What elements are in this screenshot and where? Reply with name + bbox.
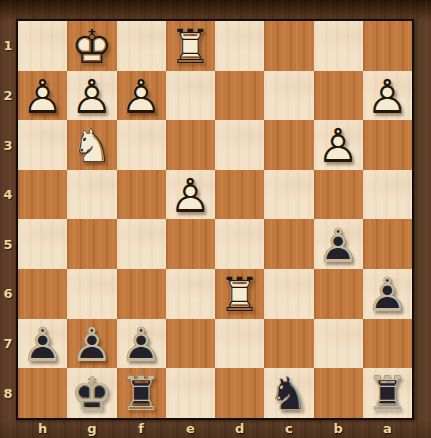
square-d6[interactable]: ♜♖ <box>215 269 264 319</box>
piece-glyph-detail: ♙ <box>166 171 215 221</box>
square-g1[interactable]: ♚♔ <box>67 21 116 71</box>
square-c5[interactable] <box>264 219 313 269</box>
square-h6[interactable] <box>18 269 67 319</box>
piece-glyph-detail: ♙ <box>314 220 363 270</box>
piece-glyph-detail: ♖ <box>117 369 166 419</box>
piece-glyph-detail: ♙ <box>67 320 116 370</box>
white-pawn[interactable]: ♟♙ <box>166 170 215 220</box>
piece-glyph-detail: ♙ <box>67 72 116 122</box>
square-h8[interactable] <box>18 368 67 418</box>
black-pawn[interactable]: ♟♙ <box>18 319 67 369</box>
square-g8[interactable]: ♚♔ <box>67 368 116 418</box>
square-h7[interactable]: ♟♙ <box>18 319 67 369</box>
chess-board: ♚♔♜♖♟♙♟♙♟♙♟♙♞♘♟♙♟♙♟♙♜♖♟♙♟♙♟♙♟♙♚♔♜♖♞♘♜♖ <box>18 21 412 418</box>
rank-label-8: 8 <box>0 368 16 418</box>
square-b5[interactable]: ♟♙ <box>314 219 363 269</box>
square-g3[interactable]: ♞♘ <box>67 120 116 170</box>
white-king[interactable]: ♚♔ <box>67 21 116 71</box>
square-b4[interactable] <box>314 170 363 220</box>
white-pawn[interactable]: ♟♙ <box>67 71 116 121</box>
square-h1[interactable] <box>18 21 67 71</box>
black-king[interactable]: ♚♔ <box>67 368 116 418</box>
square-e1[interactable]: ♜♖ <box>166 21 215 71</box>
square-e6[interactable] <box>166 269 215 319</box>
piece-glyph-detail: ♖ <box>363 369 412 419</box>
square-e4[interactable]: ♟♙ <box>166 170 215 220</box>
piece-glyph-detail: ♙ <box>363 270 412 320</box>
piece-glyph-detail: ♔ <box>67 369 116 419</box>
black-knight[interactable]: ♞♘ <box>264 368 313 418</box>
square-g2[interactable]: ♟♙ <box>67 71 116 121</box>
square-f6[interactable] <box>117 269 166 319</box>
square-c3[interactable] <box>264 120 313 170</box>
square-e8[interactable] <box>166 368 215 418</box>
piece-glyph-detail: ♙ <box>117 72 166 122</box>
square-a3[interactable] <box>363 120 412 170</box>
square-h4[interactable] <box>18 170 67 220</box>
chess-app-window: 12345678 ♚♔♜♖♟♙♟♙♟♙♟♙♞♘♟♙♟♙♟♙♜♖♟♙♟♙♟♙♟♙♚… <box>0 0 431 438</box>
square-f8[interactable]: ♜♖ <box>117 368 166 418</box>
square-d1[interactable] <box>215 21 264 71</box>
square-h5[interactable] <box>18 219 67 269</box>
square-f7[interactable]: ♟♙ <box>117 319 166 369</box>
rank-label-1: 1 <box>0 21 16 71</box>
square-h3[interactable] <box>18 120 67 170</box>
square-g4[interactable] <box>67 170 116 220</box>
square-a7[interactable] <box>363 319 412 369</box>
white-pawn[interactable]: ♟♙ <box>18 71 67 121</box>
black-pawn[interactable]: ♟♙ <box>117 319 166 369</box>
file-label-e: e <box>166 420 215 437</box>
piece-glyph-detail: ♙ <box>314 121 363 171</box>
piece-glyph-detail: ♘ <box>67 121 116 171</box>
black-pawn[interactable]: ♟♙ <box>363 269 412 319</box>
square-b3[interactable]: ♟♙ <box>314 120 363 170</box>
black-rook[interactable]: ♜♖ <box>363 368 412 418</box>
file-label-b: b <box>314 420 363 437</box>
square-a2[interactable]: ♟♙ <box>363 71 412 121</box>
square-d7[interactable] <box>215 319 264 369</box>
piece-glyph-detail: ♔ <box>67 22 116 72</box>
square-f2[interactable]: ♟♙ <box>117 71 166 121</box>
piece-glyph-detail: ♙ <box>363 72 412 122</box>
file-labels: hgfedcba <box>18 420 412 437</box>
rank-label-7: 7 <box>0 319 16 369</box>
piece-glyph-detail: ♙ <box>117 320 166 370</box>
white-rook[interactable]: ♜♖ <box>215 269 264 319</box>
board-frame: ♚♔♜♖♟♙♟♙♟♙♟♙♞♘♟♙♟♙♟♙♜♖♟♙♟♙♟♙♟♙♚♔♜♖♞♘♜♖ <box>16 19 414 420</box>
piece-glyph-detail: ♘ <box>264 369 313 419</box>
piece-glyph-detail: ♖ <box>166 22 215 72</box>
square-d5[interactable] <box>215 219 264 269</box>
square-b7[interactable] <box>314 319 363 369</box>
square-b2[interactable] <box>314 71 363 121</box>
white-rook[interactable]: ♜♖ <box>166 21 215 71</box>
white-pawn[interactable]: ♟♙ <box>363 71 412 121</box>
square-d4[interactable] <box>215 170 264 220</box>
square-c2[interactable] <box>264 71 313 121</box>
rank-labels: 12345678 <box>0 21 16 418</box>
black-rook[interactable]: ♜♖ <box>117 368 166 418</box>
white-knight[interactable]: ♞♘ <box>67 120 116 170</box>
rank-label-5: 5 <box>0 220 16 270</box>
square-c1[interactable] <box>264 21 313 71</box>
piece-glyph-detail: ♙ <box>18 320 67 370</box>
rank-label-6: 6 <box>0 269 16 319</box>
square-d3[interactable] <box>215 120 264 170</box>
rank-label-4: 4 <box>0 170 16 220</box>
square-a4[interactable] <box>363 170 412 220</box>
square-g5[interactable] <box>67 219 116 269</box>
piece-glyph-detail: ♖ <box>215 270 264 320</box>
square-b6[interactable] <box>314 269 363 319</box>
white-pawn[interactable]: ♟♙ <box>314 120 363 170</box>
square-b1[interactable] <box>314 21 363 71</box>
square-c4[interactable] <box>264 170 313 220</box>
square-e2[interactable] <box>166 71 215 121</box>
square-f3[interactable] <box>117 120 166 170</box>
square-f4[interactable] <box>117 170 166 220</box>
piece-glyph-detail: ♙ <box>18 72 67 122</box>
file-label-f: f <box>117 420 166 437</box>
file-label-d: d <box>215 420 264 437</box>
square-c6[interactable] <box>264 269 313 319</box>
square-h2[interactable]: ♟♙ <box>18 71 67 121</box>
square-g7[interactable]: ♟♙ <box>67 319 116 369</box>
black-pawn[interactable]: ♟♙ <box>314 219 363 269</box>
square-a8[interactable]: ♜♖ <box>363 368 412 418</box>
square-a5[interactable] <box>363 219 412 269</box>
square-g6[interactable] <box>67 269 116 319</box>
square-f5[interactable] <box>117 219 166 269</box>
square-a1[interactable] <box>363 21 412 71</box>
square-b8[interactable] <box>314 368 363 418</box>
file-label-a: a <box>363 420 412 437</box>
square-c7[interactable] <box>264 319 313 369</box>
square-e7[interactable] <box>166 319 215 369</box>
rank-label-3: 3 <box>0 120 16 170</box>
rank-label-2: 2 <box>0 71 16 121</box>
square-e3[interactable] <box>166 120 215 170</box>
square-c8[interactable]: ♞♘ <box>264 368 313 418</box>
white-pawn[interactable]: ♟♙ <box>117 71 166 121</box>
square-f1[interactable] <box>117 21 166 71</box>
square-d2[interactable] <box>215 71 264 121</box>
black-pawn[interactable]: ♟♙ <box>67 319 116 369</box>
square-d8[interactable] <box>215 368 264 418</box>
file-label-g: g <box>67 420 116 437</box>
file-label-h: h <box>18 420 67 437</box>
file-label-c: c <box>264 420 313 437</box>
square-a6[interactable]: ♟♙ <box>363 269 412 319</box>
square-e5[interactable] <box>166 219 215 269</box>
